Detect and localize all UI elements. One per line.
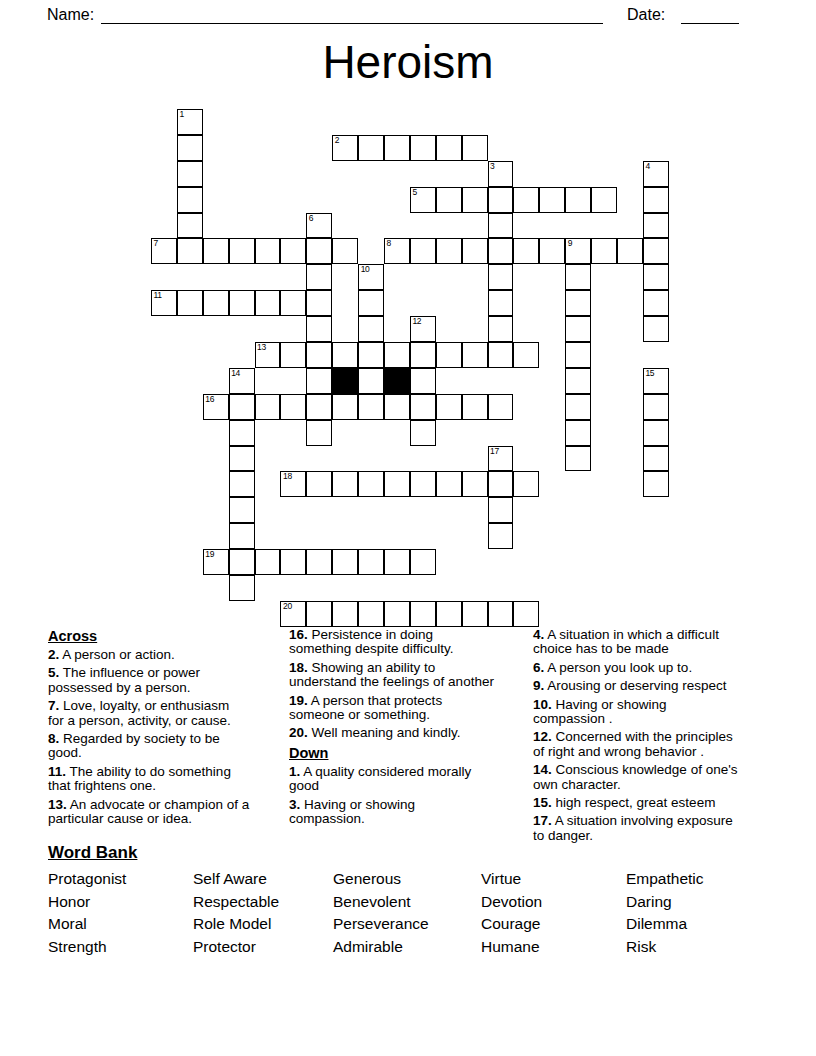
cell-r10c8[interactable]: [358, 368, 384, 394]
cell-r12c10[interactable]: [410, 420, 436, 446]
cell-r14c9[interactable]: [384, 471, 410, 497]
clue-across-2-text: A person or action.: [62, 647, 175, 662]
cell-r7c3[interactable]: [229, 290, 255, 316]
cell-r9c16[interactable]: [565, 342, 591, 368]
cell-r5c9[interactable]: 8: [384, 238, 410, 264]
cell-r17c7[interactable]: [332, 549, 358, 575]
cell-r11c2[interactable]: 16: [203, 394, 229, 420]
clue-across-20: 20. Well meaning and kindly.: [289, 726, 526, 740]
cell-r11c12[interactable]: [462, 394, 488, 420]
cell-r11c3[interactable]: [229, 394, 255, 420]
cell-r8c13[interactable]: [488, 316, 514, 342]
cell-r14c19[interactable]: [643, 471, 669, 497]
clue-across-2-number: 2.: [48, 647, 59, 662]
cell-r4c6[interactable]: 6: [306, 213, 332, 239]
cell-r3c10[interactable]: 5: [410, 187, 436, 213]
cell-r7c1[interactable]: [177, 290, 203, 316]
clue-down-6-text: A person you look up to.: [547, 660, 692, 675]
clue-number-11: 11: [154, 291, 162, 300]
word-bank-word-daring: Daring: [626, 893, 788, 911]
cell-r5c0[interactable]: 7: [151, 238, 177, 264]
cell-r17c10[interactable]: [410, 549, 436, 575]
word-bank-word-courage: Courage: [481, 915, 626, 933]
clue-number-17: 17: [490, 447, 499, 456]
clue-number-6: 6: [309, 214, 313, 223]
cell-r11c11[interactable]: [436, 394, 462, 420]
across-heading: Across: [48, 628, 285, 644]
clue-across-7-text: Love, loyalty, or enthusiasm for a perso…: [48, 698, 231, 727]
clue-across-19-text: A person that protects someone or someth…: [289, 693, 442, 722]
cell-r16c13[interactable]: [488, 523, 514, 549]
cell-r7c5[interactable]: [280, 290, 306, 316]
cell-r1c8[interactable]: [358, 135, 384, 161]
cell-r11c16[interactable]: [565, 394, 591, 420]
clue-across-16-number: 16.: [289, 627, 308, 642]
cell-r2c13[interactable]: 3: [488, 161, 514, 187]
word-bank-word-virtue: Virtue: [481, 870, 626, 888]
cell-r12c19[interactable]: [643, 420, 669, 446]
clue-across-13-text: An advocate or champion of a particular …: [48, 797, 249, 826]
clue-across-8-number: 8.: [48, 731, 59, 746]
word-bank-word-dilemma: Dilemma: [626, 915, 788, 933]
cell-r1c11[interactable]: [436, 135, 462, 161]
cell-r5c15[interactable]: [539, 238, 565, 264]
clue-across-11-number: 11.: [48, 764, 66, 779]
cell-r10c16[interactable]: [565, 368, 591, 394]
clue-across-16-text: Persistence in doing something despite d…: [289, 627, 454, 656]
cell-r7c8[interactable]: [358, 290, 384, 316]
cell-r5c7[interactable]: [332, 238, 358, 264]
cell-r6c16[interactable]: [565, 264, 591, 290]
clues-column-2: 16. Persistence in doing something despi…: [289, 628, 526, 830]
cell-r19c14[interactable]: [513, 601, 539, 627]
clue-down-3: 3. Having or showing compassion.: [289, 798, 526, 827]
clues-column-3: 4. A situation in which a difficult choi…: [533, 628, 785, 847]
word-bank-word-protagonist: Protagonist: [48, 870, 193, 888]
word-bank-word-honor: Honor: [48, 893, 193, 911]
word-bank-word-humane: Humane: [481, 938, 626, 956]
cell-r4c19[interactable]: [643, 213, 669, 239]
crossword-grid: 1234567891011121314151617181920: [151, 109, 669, 627]
clue-across-7-number: 7.: [48, 698, 59, 713]
cell-r17c2[interactable]: 19: [203, 549, 229, 575]
clue-number-10: 10: [361, 265, 370, 274]
cell-r5c16[interactable]: 9: [565, 238, 591, 264]
clue-number-20: 20: [283, 602, 292, 611]
cell-r17c8[interactable]: [358, 549, 384, 575]
clue-down-17: 17. A situation involving exposure to da…: [533, 814, 785, 843]
clue-across-20-number: 20.: [289, 725, 308, 740]
cell-r7c19[interactable]: [643, 290, 669, 316]
cell-r11c4[interactable]: [255, 394, 281, 420]
cell-r5c11[interactable]: [436, 238, 462, 264]
cell-r5c5[interactable]: [280, 238, 306, 264]
cell-r3c12[interactable]: [462, 187, 488, 213]
clue-down-10-number: 10.: [533, 697, 552, 712]
word-bank-word-generous: Generous: [333, 870, 481, 888]
word-bank-word-devotion: Devotion: [481, 893, 626, 911]
clue-number-19: 19: [205, 550, 214, 559]
clue-number-8: 8: [387, 239, 391, 248]
cell-r19c10[interactable]: [410, 601, 436, 627]
clue-across-11: 11. The ability to do something that fri…: [48, 765, 285, 794]
clue-down-15: 15. high respect, great esteem: [533, 796, 785, 810]
cell-r4c1[interactable]: [177, 213, 203, 239]
clue-down-1-text: A quality considered morally good: [289, 764, 471, 793]
cell-r5c2[interactable]: [203, 238, 229, 264]
word-bank-word-risk: Risk: [626, 938, 788, 956]
cell-r5c12[interactable]: [462, 238, 488, 264]
word-bank: Word Bank ProtagonistSelf AwareGenerousV…: [48, 843, 788, 955]
cell-r5c10[interactable]: [410, 238, 436, 264]
clue-across-13-number: 13.: [48, 797, 67, 812]
clue-across-8-text: Regarded by society to be good.: [48, 731, 220, 760]
word-bank-word-empathetic: Empathetic: [626, 870, 788, 888]
clue-number-12: 12: [412, 317, 421, 326]
cell-r3c15[interactable]: [539, 187, 565, 213]
cell-r5c18[interactable]: [617, 238, 643, 264]
clue-across-2: 2. A person or action.: [48, 648, 285, 662]
clue-down-3-text: Having or showing compassion.: [289, 797, 415, 826]
cell-r9c9[interactable]: [384, 342, 410, 368]
clue-number-13: 13: [257, 343, 266, 352]
cell-r12c16[interactable]: [565, 420, 591, 446]
cell-r3c1[interactable]: [177, 187, 203, 213]
clue-across-19: 19. A person that protects someone or so…: [289, 694, 526, 723]
clue-number-4: 4: [645, 162, 649, 171]
cell-r7c6[interactable]: [306, 290, 332, 316]
word-bank-word-moral: Moral: [48, 915, 193, 933]
cell-r6c8[interactable]: 10: [358, 264, 384, 290]
cell-r10c10[interactable]: [410, 368, 436, 394]
cell-r3c17[interactable]: [591, 187, 617, 213]
clue-across-5-text: The influence or power possessed by a pe…: [48, 665, 200, 694]
cell-r11c8[interactable]: [358, 394, 384, 420]
clue-down-9-number: 9.: [533, 678, 544, 693]
cell-r13c13[interactable]: 17: [488, 446, 514, 472]
cell-r10c3[interactable]: 14: [229, 368, 255, 394]
cell-r9c11[interactable]: [436, 342, 462, 368]
cell-r7c16[interactable]: [565, 290, 591, 316]
cell-r14c5[interactable]: 18: [280, 471, 306, 497]
cell-r11c7[interactable]: [332, 394, 358, 420]
cell-r18c3[interactable]: [229, 575, 255, 601]
cell-r14c11[interactable]: [436, 471, 462, 497]
cell-r19c7[interactable]: [332, 601, 358, 627]
cell-r14c8[interactable]: [358, 471, 384, 497]
clue-across-5: 5. The influence or power possessed by a…: [48, 666, 285, 695]
cell-r5c19[interactable]: [643, 238, 669, 264]
cell-r13c19[interactable]: [643, 446, 669, 472]
clue-across-11-text: The ability to do something that frighte…: [48, 764, 231, 793]
clue-down-3-number: 3.: [289, 797, 300, 812]
cell-r19c11[interactable]: [436, 601, 462, 627]
word-bank-title: Word Bank: [48, 843, 788, 862]
cell-r13c3[interactable]: [229, 446, 255, 472]
clue-down-15-text: high respect, great esteem: [556, 795, 716, 810]
crossword-worksheet-page: { "header": { "name_label": "Name:", "da…: [0, 0, 816, 1056]
cell-r3c13[interactable]: [488, 187, 514, 213]
word-bank-word-self-aware: Self Aware: [193, 870, 333, 888]
cell-r10c6[interactable]: [306, 368, 332, 394]
page-title: Heroism: [0, 36, 816, 88]
clue-number-2: 2: [335, 136, 339, 145]
clue-down-1: 1. A quality considered morally good: [289, 765, 526, 794]
cell-r9c7[interactable]: [332, 342, 358, 368]
cell-r5c17[interactable]: [591, 238, 617, 264]
word-bank-word-respectable: Respectable: [193, 893, 333, 911]
word-bank-word-strength: Strength: [48, 938, 193, 956]
cell-r11c6[interactable]: [306, 394, 332, 420]
cell-r11c9[interactable]: [384, 394, 410, 420]
cell-r17c9[interactable]: [384, 549, 410, 575]
clue-down-4: 4. A situation in which a difficult choi…: [533, 628, 785, 657]
cell-r2c19[interactable]: 4: [643, 161, 669, 187]
cell-r1c12[interactable]: [462, 135, 488, 161]
cell-r7c13[interactable]: [488, 290, 514, 316]
clue-down-4-text: A situation in which a difficult choice …: [533, 627, 719, 656]
clue-down-4-number: 4.: [533, 627, 544, 642]
cell-r11c13[interactable]: [488, 394, 514, 420]
cell-r1c9[interactable]: [384, 135, 410, 161]
clue-down-17-number: 17.: [533, 813, 552, 828]
cell-r6c6[interactable]: [306, 264, 332, 290]
cell-r9c4[interactable]: 13: [255, 342, 281, 368]
clue-down-10-text: Having or showing compassion .: [533, 697, 667, 726]
cell-r6c19[interactable]: [643, 264, 669, 290]
cell-r19c9[interactable]: [384, 601, 410, 627]
word-bank-word-benevolent: Benevolent: [333, 893, 481, 911]
name-blank-line[interactable]: [101, 6, 603, 24]
cell-r19c13[interactable]: [488, 601, 514, 627]
cell-r14c13[interactable]: [488, 471, 514, 497]
cell-r9c10[interactable]: [410, 342, 436, 368]
cell-r19c12[interactable]: [462, 601, 488, 627]
cell-r5c13[interactable]: [488, 238, 514, 264]
cell-r15c13[interactable]: [488, 497, 514, 523]
cell-r10c19[interactable]: 15: [643, 368, 669, 394]
cell-r7c0[interactable]: 11: [151, 290, 177, 316]
cell-r5c3[interactable]: [229, 238, 255, 264]
clue-number-16: 16: [205, 395, 214, 404]
date-blank-line[interactable]: [681, 6, 739, 24]
cell-r8c16[interactable]: [565, 316, 591, 342]
cell-r9c12[interactable]: [462, 342, 488, 368]
cell-r2c1[interactable]: [177, 161, 203, 187]
cell-r14c7[interactable]: [332, 471, 358, 497]
cell-r7c2[interactable]: [203, 290, 229, 316]
cell-r5c1[interactable]: [177, 238, 203, 264]
cell-r3c16[interactable]: [565, 187, 591, 213]
clue-across-18-text: Showing an ability to understand the fee…: [289, 660, 494, 689]
clue-across-18-number: 18.: [289, 660, 308, 675]
cell-r11c5[interactable]: [280, 394, 306, 420]
clue-down-12: 12. Concerned with the principles of rig…: [533, 730, 785, 759]
cell-r19c6[interactable]: [306, 601, 332, 627]
cell-r16c3[interactable]: [229, 523, 255, 549]
cell-r3c11[interactable]: [436, 187, 462, 213]
clue-across-19-number: 19.: [289, 693, 308, 708]
cell-r11c19[interactable]: [643, 394, 669, 420]
cell-r13c16[interactable]: [565, 446, 591, 472]
clue-across-8: 8. Regarded by society to be good.: [48, 732, 285, 761]
cell-r8c19[interactable]: [643, 316, 669, 342]
clue-across-5-number: 5.: [48, 665, 59, 680]
cell-r9c14[interactable]: [513, 342, 539, 368]
clue-down-1-number: 1.: [289, 764, 300, 779]
clue-number-3: 3: [490, 162, 494, 171]
clue-number-14: 14: [231, 369, 240, 378]
cell-r9c13[interactable]: [488, 342, 514, 368]
clue-across-18: 18. Showing an ability to understand the…: [289, 661, 526, 690]
clue-down-6: 6. A person you look up to.: [533, 661, 785, 675]
cell-r14c12[interactable]: [462, 471, 488, 497]
cell-r14c6[interactable]: [306, 471, 332, 497]
cell-r9c8[interactable]: [358, 342, 384, 368]
clue-across-7: 7. Love, loyalty, or enthusiasm for a pe…: [48, 699, 285, 728]
cell-r12c6[interactable]: [306, 420, 332, 446]
cell-r5c4[interactable]: [255, 238, 281, 264]
blocked-cell-r10c7: [332, 368, 358, 394]
name-label: Name:: [47, 6, 94, 24]
clue-number-7: 7: [154, 239, 158, 248]
cell-r14c14[interactable]: [513, 471, 539, 497]
clue-down-9-text: Arousing or deserving respect: [547, 678, 726, 693]
cell-r19c8[interactable]: [358, 601, 384, 627]
cell-r17c5[interactable]: [280, 549, 306, 575]
cell-r11c10[interactable]: [410, 394, 436, 420]
down-heading: Down: [289, 745, 526, 761]
cell-r14c3[interactable]: [229, 471, 255, 497]
cell-r1c10[interactable]: [410, 135, 436, 161]
clue-number-15: 15: [645, 369, 654, 378]
cell-r19c5[interactable]: 20: [280, 601, 306, 627]
clue-number-9: 9: [568, 239, 572, 248]
clues-column-1: Across2. A person or action.5. The influ…: [48, 628, 285, 830]
clue-down-17-text: A situation involving exposure to danger…: [533, 813, 733, 842]
blocked-cell-r10c9: [384, 368, 410, 394]
cell-r5c14[interactable]: [513, 238, 539, 264]
clue-across-13: 13. An advocate or champion of a particu…: [48, 798, 285, 827]
word-bank-grid: ProtagonistSelf AwareGenerousVirtueEmpat…: [48, 870, 788, 955]
cell-r17c4[interactable]: [255, 549, 281, 575]
clue-across-16: 16. Persistence in doing something despi…: [289, 628, 526, 657]
cell-r1c7[interactable]: 2: [332, 135, 358, 161]
cell-r6c13[interactable]: [488, 264, 514, 290]
clue-down-12-number: 12.: [533, 729, 552, 744]
word-bank-word-role-model: Role Model: [193, 915, 333, 933]
cell-r5c6[interactable]: [306, 238, 332, 264]
clue-down-15-number: 15.: [533, 795, 552, 810]
cell-r17c3[interactable]: [229, 549, 255, 575]
cell-r14c10[interactable]: [410, 471, 436, 497]
word-bank-word-perseverance: Perseverance: [333, 915, 481, 933]
cell-r17c6[interactable]: [306, 549, 332, 575]
cell-r7c4[interactable]: [255, 290, 281, 316]
cell-r3c19[interactable]: [643, 187, 669, 213]
clue-across-20-text: Well meaning and kindly.: [312, 725, 461, 740]
cell-r1c1[interactable]: [177, 135, 203, 161]
clue-down-14-text: Conscious knowledge of one's own charact…: [533, 762, 738, 791]
cell-r3c14[interactable]: [513, 187, 539, 213]
date-label: Date:: [627, 6, 665, 24]
cell-r15c3[interactable]: [229, 497, 255, 523]
cell-r12c3[interactable]: [229, 420, 255, 446]
word-bank-word-admirable: Admirable: [333, 938, 481, 956]
cell-r0c1[interactable]: 1: [177, 109, 203, 135]
cell-r9c6[interactable]: [306, 342, 332, 368]
clue-number-5: 5: [412, 188, 416, 197]
clue-down-14-number: 14.: [533, 762, 552, 777]
cell-r8c6[interactable]: [306, 316, 332, 342]
clue-down-6-number: 6.: [533, 660, 544, 675]
word-bank-word-protector: Protector: [193, 938, 333, 956]
clue-number-18: 18: [283, 472, 292, 481]
cell-r8c10[interactable]: 12: [410, 316, 436, 342]
cell-r4c13[interactable]: [488, 213, 514, 239]
cell-r9c5[interactable]: [280, 342, 306, 368]
cell-r8c8[interactable]: [358, 316, 384, 342]
clue-down-14: 14. Conscious knowledge of one's own cha…: [533, 763, 785, 792]
clue-down-10: 10. Having or showing compassion .: [533, 698, 785, 727]
clue-down-12-text: Concerned with the principles of right a…: [533, 729, 733, 758]
clue-number-1: 1: [179, 110, 183, 119]
clue-down-9: 9. Arousing or deserving respect: [533, 679, 785, 693]
